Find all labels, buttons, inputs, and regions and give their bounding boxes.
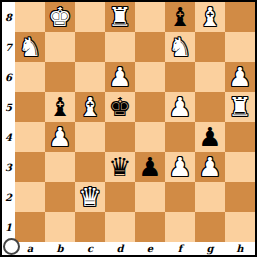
white-pawn-b4[interactable]: ♟ bbox=[45, 122, 75, 152]
rank-label-6: 6 bbox=[2, 62, 15, 92]
rank-labels: 87654321 bbox=[2, 2, 15, 242]
white-to-move-indicator bbox=[3, 238, 20, 255]
square-d7[interactable] bbox=[105, 32, 135, 62]
black-pawn-e3[interactable]: ♟ bbox=[135, 152, 165, 182]
square-h2[interactable] bbox=[225, 182, 255, 212]
square-g1[interactable] bbox=[195, 212, 225, 242]
square-c1[interactable] bbox=[75, 212, 105, 242]
square-g2[interactable] bbox=[195, 182, 225, 212]
square-g4[interactable]: ♟ bbox=[195, 122, 225, 152]
square-c7[interactable] bbox=[75, 32, 105, 62]
square-d1[interactable] bbox=[105, 212, 135, 242]
square-h4[interactable] bbox=[225, 122, 255, 152]
square-h3[interactable] bbox=[225, 152, 255, 182]
black-bishop-b5[interactable]: ♝ bbox=[45, 92, 75, 122]
file-label-d: d bbox=[105, 242, 135, 255]
square-d3[interactable]: ♛ bbox=[105, 152, 135, 182]
square-g8[interactable]: ♝ bbox=[195, 2, 225, 32]
square-a6[interactable] bbox=[15, 62, 45, 92]
square-a8[interactable] bbox=[15, 2, 45, 32]
square-e6[interactable] bbox=[135, 62, 165, 92]
square-b4[interactable]: ♟ bbox=[45, 122, 75, 152]
square-c8[interactable] bbox=[75, 2, 105, 32]
square-d2[interactable] bbox=[105, 182, 135, 212]
white-king-b8[interactable]: ♚ bbox=[45, 2, 75, 32]
file-label-c: c bbox=[75, 242, 105, 255]
square-f1[interactable] bbox=[165, 212, 195, 242]
square-a4[interactable] bbox=[15, 122, 45, 152]
white-knight-f7[interactable]: ♞ bbox=[165, 32, 195, 62]
rank-label-8: 8 bbox=[2, 2, 15, 32]
white-knight-a7[interactable]: ♞ bbox=[15, 32, 45, 62]
rank-label-5: 5 bbox=[2, 92, 15, 122]
square-g6[interactable] bbox=[195, 62, 225, 92]
square-h5[interactable]: ♜ bbox=[225, 92, 255, 122]
white-bishop-c5[interactable]: ♝ bbox=[75, 92, 105, 122]
square-e3[interactable]: ♟ bbox=[135, 152, 165, 182]
square-e1[interactable] bbox=[135, 212, 165, 242]
black-king-d5[interactable]: ♚ bbox=[105, 92, 135, 122]
square-h8[interactable] bbox=[225, 2, 255, 32]
square-c2[interactable]: ♛ bbox=[75, 182, 105, 212]
square-d6[interactable]: ♟ bbox=[105, 62, 135, 92]
white-rook-h5[interactable]: ♜ bbox=[225, 92, 255, 122]
square-f3[interactable]: ♟ bbox=[165, 152, 195, 182]
square-e7[interactable] bbox=[135, 32, 165, 62]
square-e8[interactable] bbox=[135, 2, 165, 32]
square-h6[interactable]: ♟ bbox=[225, 62, 255, 92]
white-pawn-d6[interactable]: ♟ bbox=[105, 62, 135, 92]
file-label-e: e bbox=[135, 242, 165, 255]
file-label-h: h bbox=[225, 242, 255, 255]
square-g3[interactable]: ♟ bbox=[195, 152, 225, 182]
square-f6[interactable] bbox=[165, 62, 195, 92]
white-rook-d8[interactable]: ♜ bbox=[105, 2, 135, 32]
square-f7[interactable]: ♞ bbox=[165, 32, 195, 62]
rank-label-2: 2 bbox=[2, 182, 15, 212]
white-pawn-h6[interactable]: ♟ bbox=[225, 62, 255, 92]
chess-diagram: 87654321 ♚♜♝♝♞♞♟♟♝♝♚♟♜♟♟♛♟♟♟♛ abcdefgh bbox=[0, 0, 257, 257]
file-label-g: g bbox=[195, 242, 225, 255]
square-g7[interactable] bbox=[195, 32, 225, 62]
square-d4[interactable] bbox=[105, 122, 135, 152]
rank-label-3: 3 bbox=[2, 152, 15, 182]
square-a7[interactable]: ♞ bbox=[15, 32, 45, 62]
file-labels: abcdefgh bbox=[15, 242, 255, 255]
square-c4[interactable] bbox=[75, 122, 105, 152]
square-b3[interactable] bbox=[45, 152, 75, 182]
chess-board: ♚♜♝♝♞♞♟♟♝♝♚♟♜♟♟♛♟♟♟♛ bbox=[15, 2, 255, 242]
square-d5[interactable]: ♚ bbox=[105, 92, 135, 122]
white-pawn-f3[interactable]: ♟ bbox=[165, 152, 195, 182]
square-b8[interactable]: ♚ bbox=[45, 2, 75, 32]
rank-label-7: 7 bbox=[2, 32, 15, 62]
black-pawn-g4[interactable]: ♟ bbox=[195, 122, 225, 152]
square-f4[interactable] bbox=[165, 122, 195, 152]
square-e5[interactable] bbox=[135, 92, 165, 122]
square-b6[interactable] bbox=[45, 62, 75, 92]
square-h1[interactable] bbox=[225, 212, 255, 242]
square-e2[interactable] bbox=[135, 182, 165, 212]
square-c6[interactable] bbox=[75, 62, 105, 92]
square-f8[interactable]: ♝ bbox=[165, 2, 195, 32]
square-b1[interactable] bbox=[45, 212, 75, 242]
white-pawn-g3[interactable]: ♟ bbox=[195, 152, 225, 182]
square-a2[interactable] bbox=[15, 182, 45, 212]
square-b5[interactable]: ♝ bbox=[45, 92, 75, 122]
black-bishop-f8[interactable]: ♝ bbox=[165, 2, 195, 32]
square-e4[interactable] bbox=[135, 122, 165, 152]
square-f5[interactable]: ♟ bbox=[165, 92, 195, 122]
square-d8[interactable]: ♜ bbox=[105, 2, 135, 32]
rank-label-4: 4 bbox=[2, 122, 15, 152]
square-h7[interactable] bbox=[225, 32, 255, 62]
square-c5[interactable]: ♝ bbox=[75, 92, 105, 122]
square-c3[interactable] bbox=[75, 152, 105, 182]
white-bishop-g8[interactable]: ♝ bbox=[195, 2, 225, 32]
square-a3[interactable] bbox=[15, 152, 45, 182]
white-pawn-f5[interactable]: ♟ bbox=[165, 92, 195, 122]
square-a1[interactable] bbox=[15, 212, 45, 242]
square-f2[interactable] bbox=[165, 182, 195, 212]
white-queen-c2[interactable]: ♛ bbox=[75, 182, 105, 212]
file-label-b: b bbox=[45, 242, 75, 255]
square-a5[interactable] bbox=[15, 92, 45, 122]
square-b2[interactable] bbox=[45, 182, 75, 212]
square-g5[interactable] bbox=[195, 92, 225, 122]
square-b7[interactable] bbox=[45, 32, 75, 62]
black-queen-d3[interactable]: ♛ bbox=[105, 152, 135, 182]
file-label-f: f bbox=[165, 242, 195, 255]
